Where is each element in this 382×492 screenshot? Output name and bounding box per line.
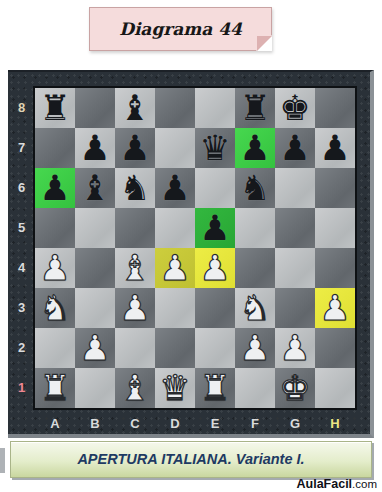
- square-b7: ♟: [75, 128, 115, 168]
- diagram-title-box: Diagrama 44: [89, 7, 272, 51]
- white-knight-icon: ♞: [235, 288, 275, 328]
- square-c1: ♝: [115, 368, 155, 408]
- file-label-h: H: [315, 411, 355, 438]
- rank-label-1: 1: [8, 368, 35, 408]
- square-h6: [315, 168, 355, 208]
- square-c8: ♝: [115, 88, 155, 128]
- square-a7: [35, 128, 75, 168]
- square-e8: [195, 88, 235, 128]
- square-g2: ♟: [275, 328, 315, 368]
- black-queen-icon: ♛: [195, 128, 235, 168]
- square-a1: ♜: [35, 368, 75, 408]
- rank-label-5: 5: [8, 208, 35, 248]
- black-bishop-icon: ♝: [75, 168, 115, 208]
- square-b1: [75, 368, 115, 408]
- white-king-icon: ♚: [275, 368, 315, 408]
- square-a2: [35, 328, 75, 368]
- chess-board: 87654321 ♜♝♜♚♟♟♛♟♟♟♟♝♞♟♞♟♟♝♟♟♞♟♞♟♟♟♟♜♝♛♜…: [8, 70, 374, 438]
- white-bishop-icon: ♝: [115, 368, 155, 408]
- rank-labels: 87654321: [8, 88, 35, 408]
- square-h3: ♟: [315, 288, 355, 328]
- square-c6: ♞: [115, 168, 155, 208]
- black-king-icon: ♚: [275, 88, 315, 128]
- white-rook-icon: ♜: [35, 368, 75, 408]
- square-f6: ♞: [235, 168, 275, 208]
- square-h2: [315, 328, 355, 368]
- square-e6: [195, 168, 235, 208]
- square-g4: [275, 248, 315, 288]
- square-b3: [75, 288, 115, 328]
- black-knight-icon: ♞: [115, 168, 155, 208]
- square-d7: [155, 128, 195, 168]
- black-bishop-icon: ♝: [115, 88, 155, 128]
- square-h4: [315, 248, 355, 288]
- brand-name: AulaFacil: [297, 477, 353, 491]
- white-rook-icon: ♜: [195, 368, 235, 408]
- square-c3: ♟: [115, 288, 155, 328]
- file-label-c: C: [115, 411, 155, 438]
- caption-text: APERTURA ITALIANA. Variante I.: [11, 442, 371, 476]
- square-c2: [115, 328, 155, 368]
- square-g8: ♚: [275, 88, 315, 128]
- square-e5: ♟: [195, 208, 235, 248]
- white-knight-icon: ♞: [35, 288, 75, 328]
- square-d8: [155, 88, 195, 128]
- square-a4: ♟: [35, 248, 75, 288]
- square-e1: ♜: [195, 368, 235, 408]
- white-pawn-icon: ♟: [35, 248, 75, 288]
- square-f5: [235, 208, 275, 248]
- black-pawn-icon: ♟: [315, 128, 355, 168]
- file-label-b: B: [75, 411, 115, 438]
- white-queen-icon: ♛: [155, 368, 195, 408]
- square-g6: [275, 168, 315, 208]
- square-h5: [315, 208, 355, 248]
- square-a8: ♜: [35, 88, 75, 128]
- white-pawn-icon: ♟: [115, 288, 155, 328]
- left-edge-tick: [0, 448, 5, 473]
- file-label-d: D: [155, 411, 195, 438]
- rank-label-6: 6: [8, 168, 35, 208]
- square-f7: ♟: [235, 128, 275, 168]
- brand: AulaFacil.com: [297, 477, 378, 491]
- square-f2: ♟: [235, 328, 275, 368]
- square-a3: ♞: [35, 288, 75, 328]
- file-label-a: A: [35, 411, 75, 438]
- square-g7: ♟: [275, 128, 315, 168]
- square-f4: [235, 248, 275, 288]
- square-d2: [155, 328, 195, 368]
- black-rook-icon: ♜: [35, 88, 75, 128]
- square-c4: ♝: [115, 248, 155, 288]
- rank-label-2: 2: [8, 328, 35, 368]
- square-g3: [275, 288, 315, 328]
- square-b4: [75, 248, 115, 288]
- white-bishop-icon: ♝: [115, 248, 155, 288]
- square-c5: [115, 208, 155, 248]
- rank-label-8: 8: [8, 88, 35, 128]
- diagram-title: Diagrama 44: [90, 8, 271, 50]
- square-h8: [315, 88, 355, 128]
- square-b6: ♝: [75, 168, 115, 208]
- page: Diagrama 44 87654321 ♜♝♜♚♟♟♛♟♟♟♟♝♞♟♞♟♟♝♟…: [0, 0, 382, 492]
- square-b5: [75, 208, 115, 248]
- rank-label-3: 3: [8, 288, 35, 328]
- white-pawn-icon: ♟: [235, 328, 275, 368]
- brand-suffix: .com: [352, 478, 377, 490]
- file-label-f: F: [235, 411, 275, 438]
- square-h7: ♟: [315, 128, 355, 168]
- square-b8: [75, 88, 115, 128]
- square-b2: ♟: [75, 328, 115, 368]
- black-pawn-icon: ♟: [195, 208, 235, 248]
- square-f1: [235, 368, 275, 408]
- square-e3: [195, 288, 235, 328]
- black-pawn-icon: ♟: [75, 128, 115, 168]
- square-c7: ♟: [115, 128, 155, 168]
- file-labels: ABCDEFGH: [35, 411, 355, 438]
- square-a6: ♟: [35, 168, 75, 208]
- white-pawn-icon: ♟: [155, 248, 195, 288]
- board-grid: ♜♝♜♚♟♟♛♟♟♟♟♝♞♟♞♟♟♝♟♟♞♟♞♟♟♟♟♜♝♛♜♚: [35, 88, 355, 408]
- rank-label-7: 7: [8, 128, 35, 168]
- white-pawn-icon: ♟: [275, 328, 315, 368]
- white-pawn-icon: ♟: [75, 328, 115, 368]
- square-d1: ♛: [155, 368, 195, 408]
- square-f8: ♜: [235, 88, 275, 128]
- square-d3: [155, 288, 195, 328]
- black-pawn-icon: ♟: [235, 128, 275, 168]
- white-pawn-icon: ♟: [315, 288, 355, 328]
- white-pawn-icon: ♟: [195, 248, 235, 288]
- square-d5: [155, 208, 195, 248]
- square-f3: ♞: [235, 288, 275, 328]
- black-pawn-icon: ♟: [115, 128, 155, 168]
- square-e4: ♟: [195, 248, 235, 288]
- black-pawn-icon: ♟: [35, 168, 75, 208]
- square-g1: ♚: [275, 368, 315, 408]
- square-d4: ♟: [155, 248, 195, 288]
- square-e2: [195, 328, 235, 368]
- rank-label-4: 4: [8, 248, 35, 288]
- square-h1: [315, 368, 355, 408]
- black-knight-icon: ♞: [235, 168, 275, 208]
- square-d6: ♟: [155, 168, 195, 208]
- file-label-g: G: [275, 411, 315, 438]
- square-e7: ♛: [195, 128, 235, 168]
- square-g5: [275, 208, 315, 248]
- file-label-e: E: [195, 411, 235, 438]
- black-pawn-icon: ♟: [155, 168, 195, 208]
- square-a5: [35, 208, 75, 248]
- black-rook-icon: ♜: [235, 88, 275, 128]
- caption-box: APERTURA ITALIANA. Variante I.: [10, 441, 372, 478]
- black-pawn-icon: ♟: [275, 128, 315, 168]
